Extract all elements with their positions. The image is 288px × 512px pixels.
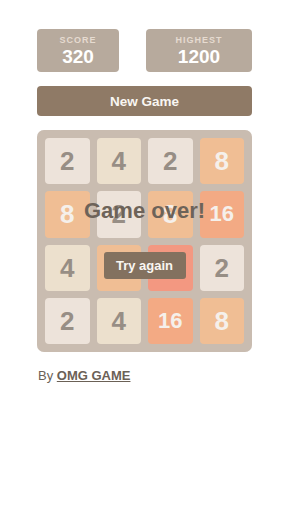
- highest-box: HIGHEST 1200: [146, 29, 252, 72]
- highest-value: 1200: [178, 46, 220, 68]
- score-value: 320: [62, 46, 94, 68]
- score-box: SCORE 320: [37, 29, 119, 72]
- author-link[interactable]: OMG GAME: [57, 368, 131, 383]
- app-screen: SCORE 320 HIGHEST 1200 New Game 2 4 2 8 …: [0, 0, 288, 512]
- footer-credit: By OMG GAME: [38, 368, 130, 383]
- highest-label: HIGHEST: [175, 34, 222, 46]
- footer-prefix: By: [38, 368, 53, 383]
- new-game-button[interactable]: New Game: [37, 86, 252, 116]
- try-again-button[interactable]: Try again: [104, 252, 186, 279]
- game-over-overlay: Game over! Try again: [37, 130, 252, 352]
- game-over-message: Game over!: [37, 198, 252, 224]
- score-label: SCORE: [59, 34, 96, 46]
